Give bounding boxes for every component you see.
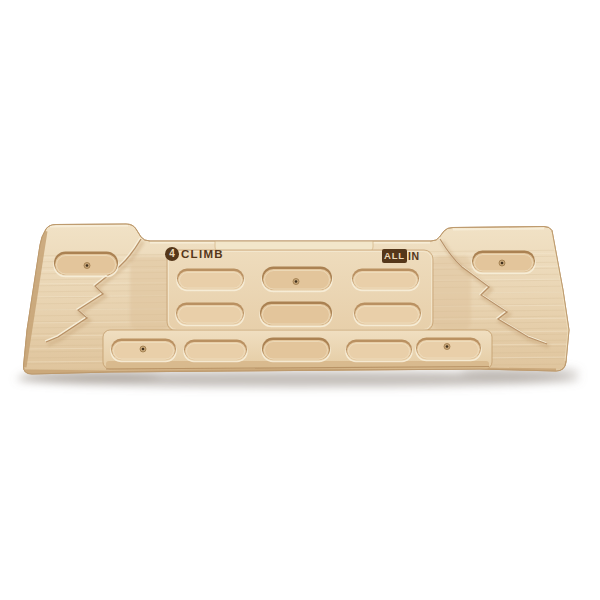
hangboard-illustration bbox=[0, 0, 600, 600]
logo-climb-text: CLIMB bbox=[181, 248, 224, 260]
logo-in-text: IN bbox=[408, 250, 420, 262]
logo-4-circle-icon: 4 bbox=[165, 247, 179, 261]
logo-allin: ALL IN bbox=[382, 249, 420, 263]
logo-all-box: ALL bbox=[382, 249, 407, 263]
hangboard-product-photo: 4 CLIMB ALL IN bbox=[0, 0, 600, 600]
logo-4climb: 4 CLIMB bbox=[165, 247, 224, 261]
